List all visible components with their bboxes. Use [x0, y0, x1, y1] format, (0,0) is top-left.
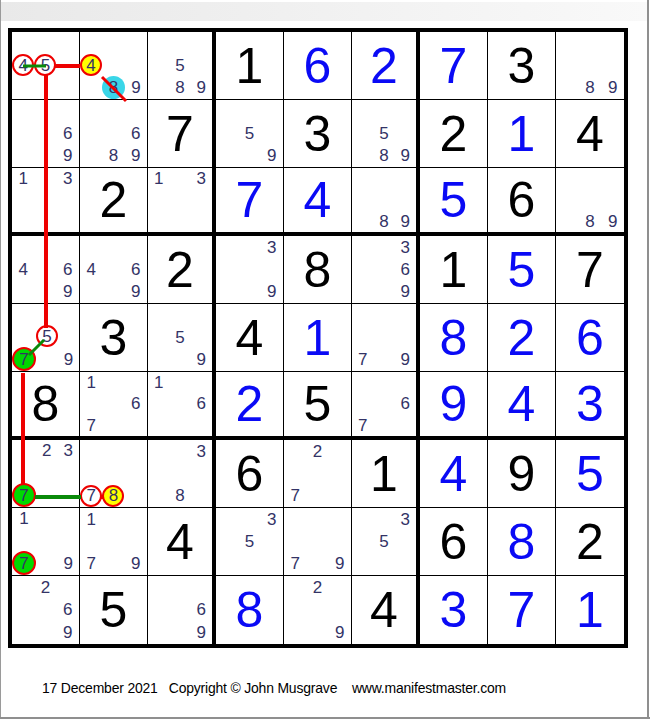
- cell-r1c5[interactable]: 6: [284, 32, 352, 100]
- cell-r1c3[interactable]: 589: [148, 32, 216, 100]
- cell-r7c7[interactable]: 4: [420, 440, 488, 508]
- candidate-slot-4: [80, 122, 102, 144]
- candidate-slot-7: [556, 77, 579, 99]
- candidate-9: 9: [335, 624, 344, 641]
- candidate-slot-9: 9: [58, 347, 79, 371]
- candidate-1: 1: [86, 511, 95, 528]
- candidate-slot-3: [125, 236, 147, 258]
- candidate-slot-6: [395, 189, 416, 210]
- candidate-slot-6: [395, 122, 416, 144]
- candidate-slot-8: 8: [579, 77, 602, 99]
- given-digit: 2: [556, 508, 624, 575]
- candidate-9: 9: [63, 283, 72, 300]
- candidate-8: 8: [585, 213, 594, 230]
- cell-r7c9[interactable]: 5: [556, 440, 624, 508]
- candidate-slot-2: 2: [34, 576, 56, 599]
- cell-r5c6[interactable]: 79: [352, 304, 420, 372]
- candidate-slot-2: [169, 440, 190, 462]
- cell-r8c8[interactable]: 8: [488, 508, 556, 576]
- candidate-slot-8: [34, 145, 56, 167]
- candidate-slot-1: [216, 100, 238, 122]
- candidate-slot-3: 3: [395, 236, 416, 258]
- candidate-slot-8: 8: [579, 211, 602, 232]
- candidate-slot-1: [352, 100, 373, 122]
- cell-r9c3[interactable]: 69: [148, 576, 216, 644]
- candidate-slot-2: [36, 508, 58, 530]
- candidate-slot-5: [102, 462, 124, 484]
- candidate-slot-6: 6: [125, 258, 147, 280]
- candidate-slot-7: 7: [352, 415, 373, 436]
- cell-r7c1[interactable]: 237: [12, 440, 80, 508]
- candidate-slot-2: [169, 372, 190, 393]
- candidate-9: 9: [401, 147, 410, 164]
- solved-digit: 5: [556, 440, 624, 507]
- candidate-slot-5: 5: [34, 54, 56, 76]
- candidate-slot-8: [102, 281, 124, 303]
- cell-r9c9[interactable]: 1: [556, 576, 624, 644]
- cell-r4c8[interactable]: 5: [488, 236, 556, 304]
- candidate-grid: 167: [80, 372, 147, 436]
- candidate-grid: 45: [12, 32, 79, 99]
- candidate-slot-4: [352, 393, 373, 414]
- candidate-slot-6: [261, 122, 283, 144]
- candidate-slot-5: [34, 599, 56, 622]
- candidate-slot-1: [352, 508, 373, 530]
- candidate-slot-9: 9: [125, 281, 147, 303]
- candidate-slot-2: [238, 508, 260, 530]
- candidate-slot-6: [191, 54, 212, 76]
- candidate-slot-3: [58, 304, 79, 325]
- cell-r7c6[interactable]: 1: [352, 440, 420, 508]
- candidate-slot-3: [125, 100, 147, 122]
- candidate-slot-5: [169, 462, 190, 484]
- cell-r8c3[interactable]: 4: [148, 508, 216, 576]
- candidate-slot-6: 6: [125, 393, 147, 414]
- cell-r2c5[interactable]: 3: [284, 100, 352, 168]
- candidate-slot-2: [238, 100, 260, 122]
- cell-r8c5[interactable]: 79: [284, 508, 352, 576]
- given-digit: 4: [148, 508, 212, 575]
- candidate-9: 9: [63, 624, 72, 641]
- solved-digit: 1: [488, 100, 555, 167]
- solved-digit: 8: [216, 576, 283, 644]
- candidate-slot-3: [125, 440, 147, 462]
- cell-r6c6[interactable]: 67: [352, 372, 420, 440]
- candidate-5-ring-circle: 5: [34, 54, 56, 76]
- candidate-slot-1: [148, 576, 169, 599]
- cell-r2c9[interactable]: 4: [556, 100, 624, 168]
- cell-r6c9[interactable]: 3: [556, 372, 624, 440]
- cell-r2c3[interactable]: 7: [148, 100, 216, 168]
- candidate-slot-6: [261, 258, 283, 280]
- solved-digit: 3: [556, 372, 624, 436]
- candidate-grid: 469: [12, 236, 79, 303]
- candidate-slot-1: [148, 304, 169, 326]
- candidate-slot-9: 9: [261, 145, 283, 167]
- candidate-slot-4: [284, 462, 306, 484]
- candidate-slot-4: [352, 122, 373, 144]
- candidate-slot-9: 9: [601, 211, 624, 232]
- candidate-slot-3: [601, 168, 624, 189]
- candidate-slot-6: [601, 189, 624, 210]
- candidate-3: 3: [401, 239, 410, 256]
- cell-r7c5[interactable]: 27: [284, 440, 352, 508]
- cell-r9c7[interactable]: 3: [420, 576, 488, 644]
- candidate-slot-5: [579, 54, 602, 76]
- given-digit: 5: [284, 372, 351, 436]
- candidate-slot-3: 3: [395, 508, 416, 530]
- candidate-slot-7: [148, 415, 169, 436]
- cell-r1c8[interactable]: 3: [488, 32, 556, 100]
- candidate-slot-1: [216, 236, 238, 258]
- candidate-slot-5: [373, 326, 394, 348]
- candidate-slot-4: [148, 393, 169, 414]
- candidate-slot-8: 8: [102, 485, 124, 507]
- candidate-8: 8: [109, 147, 118, 164]
- candidate-slot-8: [373, 415, 394, 436]
- candidate-slot-1: [80, 100, 102, 122]
- candidate-slot-9: 9: [601, 77, 624, 99]
- cell-r9c4[interactable]: 8: [216, 576, 284, 644]
- candidate-7: 7: [290, 487, 299, 504]
- candidate-slot-6: [329, 530, 351, 552]
- candidate-slot-9: 9: [57, 281, 79, 303]
- cell-r9c1[interactable]: 269: [12, 576, 80, 644]
- candidate-7-green-circle: 7: [12, 483, 36, 507]
- cell-r2c8[interactable]: 1: [488, 100, 556, 168]
- candidate-slot-9: 9: [395, 211, 416, 232]
- candidate-slot-8: [34, 211, 56, 232]
- candidate-slot-3: 3: [191, 168, 212, 189]
- candidate-slot-9: 9: [395, 145, 416, 167]
- candidate-slot-9: 9: [329, 553, 351, 575]
- cell-r1c6[interactable]: 2: [352, 32, 420, 100]
- candidate-slot-1: [80, 440, 102, 462]
- given-digit: 5: [80, 576, 147, 644]
- cell-r4c1[interactable]: 469: [12, 236, 80, 304]
- solved-digit: 2: [352, 32, 416, 99]
- cell-r7c2[interactable]: 78: [80, 440, 148, 508]
- candidate-slot-5: [306, 462, 328, 484]
- candidate-8: 8: [379, 213, 388, 230]
- candidate-4: 4: [86, 261, 95, 278]
- cell-r2c2[interactable]: 689: [80, 100, 148, 168]
- candidate-9: 9: [197, 351, 206, 368]
- solved-digit: 7: [488, 576, 555, 644]
- candidate-2: 2: [42, 442, 51, 459]
- candidate-slot-8: [169, 415, 190, 436]
- candidate-grid: 35: [216, 508, 283, 575]
- cell-r3c5[interactable]: 4: [284, 168, 352, 236]
- cell-r3c8[interactable]: 6: [488, 168, 556, 236]
- cell-r6c1[interactable]: 8: [12, 372, 80, 440]
- candidate-grid: 369: [352, 236, 416, 303]
- candidate-6: 6: [63, 261, 72, 278]
- cell-r5c8[interactable]: 2: [488, 304, 556, 372]
- candidate-slot-4: [80, 462, 102, 484]
- solved-digit: 4: [284, 168, 351, 232]
- candidate-slot-2: [169, 304, 190, 326]
- candidate-slot-3: [395, 168, 416, 189]
- candidate-grid: 67: [352, 372, 416, 436]
- cell-r8c6[interactable]: 35: [352, 508, 420, 576]
- candidate-3: 3: [401, 511, 410, 528]
- given-digit: 1: [420, 236, 487, 303]
- cell-r1c9[interactable]: 89: [556, 32, 624, 100]
- candidate-slot-9: [191, 211, 212, 232]
- candidate-9: 9: [267, 147, 276, 164]
- cell-r3c4[interactable]: 7: [216, 168, 284, 236]
- solved-digit: 2: [216, 372, 283, 436]
- cell-r5c4[interactable]: 4: [216, 304, 284, 372]
- cell-r1c2[interactable]: 489: [80, 32, 148, 100]
- candidate-slot-3: [191, 32, 212, 54]
- candidate-slot-4: [12, 122, 34, 144]
- given-digit: 3: [488, 32, 555, 99]
- candidate-grid: 179: [12, 508, 79, 575]
- candidate-slot-2: [373, 304, 394, 326]
- candidate-slot-1: [12, 440, 36, 462]
- candidate-9: 9: [131, 147, 140, 164]
- candidate-slot-3: [125, 32, 147, 54]
- candidate-slot-1: 1: [80, 372, 102, 393]
- cell-r8c2[interactable]: 179: [80, 508, 148, 576]
- candidate-grid: 29: [284, 576, 351, 644]
- cell-r4c4[interactable]: 39: [216, 236, 284, 304]
- candidate-slot-1: [284, 440, 306, 462]
- candidate-slot-6: [191, 462, 212, 484]
- candidate-slot-3: [329, 576, 351, 599]
- cell-r9c8[interactable]: 7: [488, 576, 556, 644]
- candidate-grid: 38: [148, 440, 212, 507]
- cell-r2c1[interactable]: 69: [12, 100, 80, 168]
- candidate-slot-4: [148, 54, 169, 76]
- cell-r7c3[interactable]: 38: [148, 440, 216, 508]
- candidate-slot-8: [238, 553, 260, 575]
- candidate-9: 9: [335, 555, 344, 572]
- candidate-slot-2: [306, 508, 328, 530]
- candidate-slot-3: [125, 372, 147, 393]
- candidate-9: 9: [608, 213, 617, 230]
- cell-r3c1[interactable]: 13: [12, 168, 80, 236]
- candidate-slot-7: [12, 621, 34, 644]
- candidate-slot-1: [556, 32, 579, 54]
- candidate-slot-9: 9: [329, 621, 351, 644]
- cell-r7c4[interactable]: 6: [216, 440, 284, 508]
- cell-r6c3[interactable]: 16: [148, 372, 216, 440]
- candidate-slot-6: [125, 54, 147, 76]
- candidate-7: 7: [290, 555, 299, 572]
- candidate-slot-1: 1: [148, 372, 169, 393]
- candidate-slot-3: 3: [261, 236, 283, 258]
- candidate-slot-5: [373, 189, 394, 210]
- candidate-7: 7: [358, 351, 367, 368]
- candidate-grid: 39: [216, 236, 283, 303]
- cell-r4c2[interactable]: 469: [80, 236, 148, 304]
- candidate-slot-7: [284, 621, 306, 644]
- candidate-slot-2: 2: [306, 576, 328, 599]
- candidate-slot-2: [34, 100, 56, 122]
- candidate-slot-5: 5: [36, 325, 58, 347]
- candidate-slot-5: [36, 462, 58, 484]
- cell-r6c4[interactable]: 2: [216, 372, 284, 440]
- cell-r3c3[interactable]: 13: [148, 168, 216, 236]
- cell-r3c9[interactable]: 89: [556, 168, 624, 236]
- candidate-slot-9: [395, 553, 416, 575]
- candidate-slot-9: [261, 553, 283, 575]
- candidate-grid: 69: [12, 100, 79, 167]
- cell-r5c7[interactable]: 8: [420, 304, 488, 372]
- candidate-slot-1: [352, 304, 373, 326]
- candidate-9: 9: [401, 283, 410, 300]
- candidate-slot-9: 9: [125, 553, 147, 575]
- given-digit: 2: [80, 168, 147, 232]
- candidate-1: 1: [86, 374, 95, 391]
- candidate-8: 8: [379, 147, 388, 164]
- candidate-slot-6: [601, 54, 624, 76]
- cell-r9c2[interactable]: 5: [80, 576, 148, 644]
- given-digit: 8: [284, 236, 351, 303]
- candidate-slot-8: 8: [102, 145, 124, 167]
- cell-r1c1[interactable]: 45: [12, 32, 80, 100]
- cell-r2c6[interactable]: 589: [352, 100, 420, 168]
- candidate-slot-3: 3: [58, 440, 80, 462]
- candidate-slot-4: [216, 258, 238, 280]
- cell-r6c5[interactable]: 5: [284, 372, 352, 440]
- candidate-slot-9: [57, 211, 79, 232]
- candidate-slot-8: 8: [373, 145, 394, 167]
- candidate-slot-5: [306, 530, 328, 552]
- cell-r1c7[interactable]: 7: [420, 32, 488, 100]
- candidate-6: 6: [131, 125, 140, 142]
- cell-r5c5[interactable]: 1: [284, 304, 352, 372]
- candidate-grid: 78: [80, 440, 147, 507]
- candidate-slot-1: 1: [80, 508, 102, 530]
- candidate-slot-7: [352, 281, 373, 303]
- candidate-slot-6: [125, 462, 147, 484]
- given-digit: 4: [352, 576, 416, 644]
- cell-r5c3[interactable]: 59: [148, 304, 216, 372]
- candidate-slot-9: 9: [125, 76, 147, 99]
- candidate-slot-2: [373, 100, 394, 122]
- candidate-slot-1: [352, 236, 373, 258]
- cell-r7c8[interactable]: 9: [488, 440, 556, 508]
- candidate-3: 3: [64, 442, 73, 459]
- candidate-3: 3: [267, 511, 276, 528]
- candidate-1: 1: [154, 170, 163, 187]
- cell-r5c1[interactable]: 579: [12, 304, 80, 372]
- candidate-6: 6: [63, 125, 72, 142]
- candidate-slot-2: [373, 168, 394, 189]
- candidate-grid: 59: [148, 304, 212, 371]
- cell-r6c7[interactable]: 9: [420, 372, 488, 440]
- candidate-slot-4: 4: [12, 54, 34, 76]
- candidate-slot-7: [148, 485, 169, 507]
- cell-r3c6[interactable]: 89: [352, 168, 420, 236]
- cell-r2c4[interactable]: 59: [216, 100, 284, 168]
- candidate-slot-4: [352, 258, 373, 280]
- candidate-slot-2: 2: [36, 440, 58, 462]
- candidate-grid: 269: [12, 576, 79, 644]
- candidate-grid: 79: [352, 304, 416, 371]
- candidate-slot-7: [556, 211, 579, 232]
- candidate-9: 9: [401, 351, 410, 368]
- candidate-grid: 89: [556, 168, 624, 232]
- cell-r1c4[interactable]: 1: [216, 32, 284, 100]
- cell-r4c3[interactable]: 2: [148, 236, 216, 304]
- candidate-slot-4: [148, 189, 169, 210]
- page-border-right: [647, 0, 649, 719]
- candidate-slot-8: [34, 281, 56, 303]
- candidate-slot-7: [80, 281, 102, 303]
- cell-r3c7[interactable]: 5: [420, 168, 488, 236]
- candidate-slot-2: [169, 576, 190, 599]
- candidate-slot-7: [80, 76, 102, 99]
- cell-r8c1[interactable]: 179: [12, 508, 80, 576]
- candidate-slot-2: [34, 168, 56, 189]
- candidate-slot-4: 4: [80, 54, 102, 76]
- candidate-slot-9: 9: [58, 551, 80, 575]
- cell-r5c2[interactable]: 3: [80, 304, 148, 372]
- candidate-slot-7: [12, 77, 34, 99]
- candidate-slot-9: 9: [191, 621, 212, 644]
- cell-r4c6[interactable]: 369: [352, 236, 420, 304]
- candidate-slot-3: [191, 304, 212, 326]
- cell-r9c6[interactable]: 4: [352, 576, 420, 644]
- cell-r4c9[interactable]: 7: [556, 236, 624, 304]
- candidate-1: 1: [154, 374, 163, 391]
- candidate-slot-1: [148, 32, 169, 54]
- candidate-slot-8: [169, 211, 190, 232]
- footer-caption: 17 December 2021 Copyright © John Musgra…: [42, 679, 506, 696]
- candidate-slot-3: 3: [191, 440, 212, 462]
- candidate-slot-5: [34, 189, 56, 210]
- candidate-slot-5: [169, 599, 190, 622]
- cell-r8c4[interactable]: 35: [216, 508, 284, 576]
- cell-r6c2[interactable]: 167: [80, 372, 148, 440]
- candidate-slot-1: [284, 576, 306, 599]
- candidate-3: 3: [63, 170, 72, 187]
- candidate-slot-5: [34, 258, 56, 280]
- top-gradient-bar: [1, 2, 647, 21]
- candidate-slot-8: 8: [102, 76, 125, 99]
- cell-r2c7[interactable]: 2: [420, 100, 488, 168]
- candidate-slot-6: [58, 462, 80, 484]
- cell-r4c7[interactable]: 1: [420, 236, 488, 304]
- cell-r8c7[interactable]: 6: [420, 508, 488, 576]
- candidate-slot-8: 8: [169, 485, 190, 507]
- cell-r3c2[interactable]: 2: [80, 168, 148, 236]
- candidate-slot-3: [261, 100, 283, 122]
- cell-r8c9[interactable]: 2: [556, 508, 624, 576]
- cell-r9c5[interactable]: 29: [284, 576, 352, 644]
- cell-r5c9[interactable]: 6: [556, 304, 624, 372]
- candidate-8: 8: [175, 487, 184, 504]
- candidate-slot-7: [148, 77, 169, 99]
- candidate-4: 4: [18, 261, 27, 278]
- candidate-grid: 89: [352, 168, 416, 232]
- candidate-slot-7: 7: [80, 415, 102, 436]
- cell-r4c5[interactable]: 8: [284, 236, 352, 304]
- candidate-slot-9: 9: [395, 349, 416, 371]
- page-border-left: [0, 0, 1, 719]
- candidate-slot-7: [148, 211, 169, 232]
- candidate-5: 5: [245, 125, 254, 142]
- candidate-grid: 179: [80, 508, 147, 575]
- given-digit: 6: [216, 440, 283, 507]
- candidate-slot-3: [125, 508, 147, 530]
- cell-r6c8[interactable]: 4: [488, 372, 556, 440]
